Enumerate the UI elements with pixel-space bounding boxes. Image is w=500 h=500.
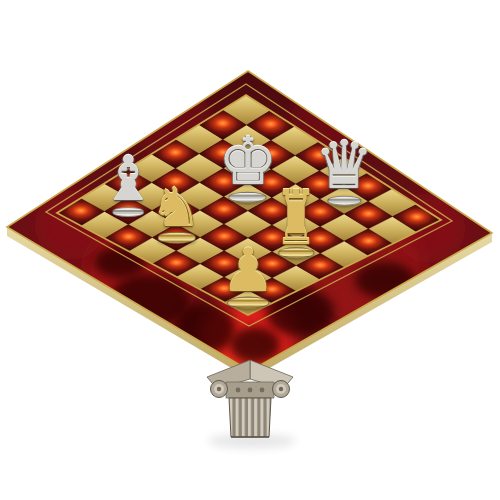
ionic-column-leg bbox=[207, 360, 296, 448]
chess-piece-pawn-a1[interactable]: ♟ bbox=[221, 239, 275, 308]
piece-glyph-knight: ♞ bbox=[150, 181, 202, 235]
piece-glyph-pawn: ♟ bbox=[221, 239, 275, 299]
chess-piece-rook-d2[interactable]: ♜ bbox=[268, 187, 325, 259]
piece-glyph-rook: ♜ bbox=[276, 181, 317, 257]
chess-piece-knight-b5[interactable]: ♞ bbox=[152, 181, 200, 243]
piece-glyph-king: ♚ bbox=[218, 129, 277, 195]
chess-piece-bishop-b7[interactable]: ♝ bbox=[101, 148, 157, 217]
piece-glyph-bishop: ♝ bbox=[101, 148, 157, 210]
chess-set-photo: ♚♛♝♞♜♟ bbox=[0, 0, 500, 500]
